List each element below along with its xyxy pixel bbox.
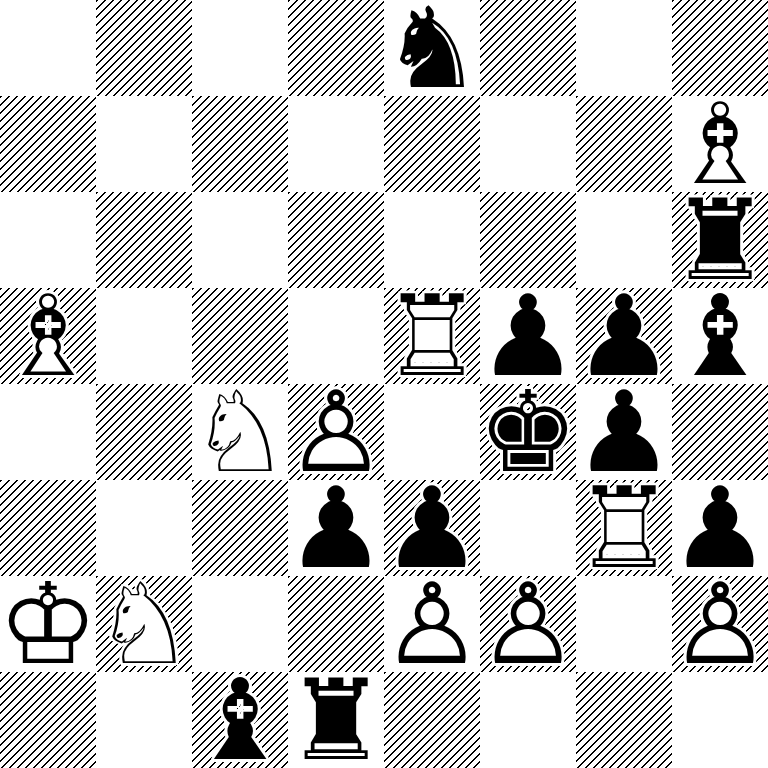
black-knight-glyph: ♞	[384, 0, 480, 96]
piece-white-pawn[interactable]: ♟♙	[288, 384, 384, 480]
square-b2[interactable]: ♞♘	[96, 576, 192, 672]
square-c5[interactable]	[192, 288, 288, 384]
square-h5[interactable]: ♝♝	[672, 288, 768, 384]
square-g6[interactable]	[576, 192, 672, 288]
black-bishop-glyph: ♝	[672, 288, 768, 384]
square-a8[interactable]	[0, 0, 96, 96]
square-e1[interactable]	[384, 672, 480, 768]
square-d8[interactable]	[288, 0, 384, 96]
square-e5[interactable]: ♜♖	[384, 288, 480, 384]
square-a4[interactable]	[0, 384, 96, 480]
white-rook-glyph: ♖	[576, 480, 672, 576]
piece-white-bishop[interactable]: ♝♗	[0, 288, 96, 384]
square-g2[interactable]	[576, 576, 672, 672]
square-e4[interactable]	[384, 384, 480, 480]
white-knight-glyph: ♘	[96, 576, 192, 672]
square-e3[interactable]: ♟♟	[384, 480, 480, 576]
white-bishop-glyph: ♗	[672, 96, 768, 192]
square-a6[interactable]	[0, 192, 96, 288]
square-c8[interactable]	[192, 0, 288, 96]
square-d4[interactable]: ♟♙	[288, 384, 384, 480]
piece-black-pawn[interactable]: ♟♟	[480, 288, 576, 384]
piece-white-pawn[interactable]: ♟♙	[384, 576, 480, 672]
piece-black-rook[interactable]: ♜♜	[672, 192, 768, 288]
black-pawn-glyph: ♟	[576, 384, 672, 480]
square-g5[interactable]: ♟♟	[576, 288, 672, 384]
square-a5[interactable]: ♝♗	[0, 288, 96, 384]
white-rook-glyph: ♖	[384, 288, 480, 384]
piece-black-king[interactable]: ♚♚	[480, 384, 576, 480]
square-h1[interactable]	[672, 672, 768, 768]
square-e8[interactable]: ♞♞	[384, 0, 480, 96]
square-f1[interactable]	[480, 672, 576, 768]
piece-black-pawn[interactable]: ♟♟	[576, 384, 672, 480]
square-g8[interactable]	[576, 0, 672, 96]
piece-black-rook[interactable]: ♜♜	[288, 672, 384, 768]
black-rook-glyph: ♜	[672, 192, 768, 288]
black-king-glyph: ♚	[480, 384, 576, 480]
square-d5[interactable]	[288, 288, 384, 384]
square-h3[interactable]: ♟♟	[672, 480, 768, 576]
square-c3[interactable]	[192, 480, 288, 576]
square-f3[interactable]	[480, 480, 576, 576]
piece-black-pawn[interactable]: ♟♟	[384, 480, 480, 576]
black-bishop-glyph: ♝	[192, 672, 288, 768]
square-c7[interactable]	[192, 96, 288, 192]
square-b8[interactable]	[96, 0, 192, 96]
square-d2[interactable]	[288, 576, 384, 672]
piece-white-bishop[interactable]: ♝♗	[672, 96, 768, 192]
white-pawn-glyph: ♙	[672, 576, 768, 672]
white-knight-glyph: ♘	[192, 384, 288, 480]
square-f6[interactable]	[480, 192, 576, 288]
square-g4[interactable]: ♟♟	[576, 384, 672, 480]
square-c6[interactable]	[192, 192, 288, 288]
square-b5[interactable]	[96, 288, 192, 384]
square-b6[interactable]	[96, 192, 192, 288]
square-e6[interactable]	[384, 192, 480, 288]
square-c4[interactable]: ♞♘	[192, 384, 288, 480]
white-pawn-glyph: ♙	[384, 576, 480, 672]
square-g3[interactable]: ♜♖	[576, 480, 672, 576]
piece-black-bishop[interactable]: ♝♝	[672, 288, 768, 384]
square-f5[interactable]: ♟♟	[480, 288, 576, 384]
piece-black-pawn[interactable]: ♟♟	[672, 480, 768, 576]
piece-black-pawn[interactable]: ♟♟	[288, 480, 384, 576]
square-e7[interactable]	[384, 96, 480, 192]
black-pawn-glyph: ♟	[384, 480, 480, 576]
piece-white-knight[interactable]: ♞♘	[96, 576, 192, 672]
square-h2[interactable]: ♟♙	[672, 576, 768, 672]
square-a7[interactable]	[0, 96, 96, 192]
piece-white-pawn[interactable]: ♟♙	[480, 576, 576, 672]
white-pawn-glyph: ♙	[480, 576, 576, 672]
square-h4[interactable]	[672, 384, 768, 480]
square-a2[interactable]: ♚♔	[0, 576, 96, 672]
piece-white-rook[interactable]: ♜♖	[576, 480, 672, 576]
square-a1[interactable]	[0, 672, 96, 768]
black-pawn-glyph: ♟	[288, 480, 384, 576]
square-f8[interactable]	[480, 0, 576, 96]
square-h7[interactable]: ♝♗	[672, 96, 768, 192]
square-h8[interactable]	[672, 0, 768, 96]
square-f7[interactable]	[480, 96, 576, 192]
square-g1[interactable]	[576, 672, 672, 768]
black-pawn-glyph: ♟	[672, 480, 768, 576]
square-a3[interactable]	[0, 480, 96, 576]
square-f4[interactable]: ♚♚	[480, 384, 576, 480]
chess-board: ♞♞♝♗♜♜♝♗♜♖♟♟♟♟♝♝♞♘♟♙♚♚♟♟♟♟♟♟♜♖♟♟♚♔♞♘♟♙♟♙…	[0, 0, 768, 768]
square-d6[interactable]	[288, 192, 384, 288]
square-c1[interactable]: ♝♝	[192, 672, 288, 768]
square-c2[interactable]	[192, 576, 288, 672]
square-b7[interactable]	[96, 96, 192, 192]
black-pawn-glyph: ♟	[480, 288, 576, 384]
piece-white-knight[interactable]: ♞♘	[192, 384, 288, 480]
square-b4[interactable]	[96, 384, 192, 480]
black-pawn-glyph: ♟	[576, 288, 672, 384]
piece-white-king[interactable]: ♚♔	[0, 576, 96, 672]
square-b1[interactable]	[96, 672, 192, 768]
white-pawn-glyph: ♙	[288, 384, 384, 480]
piece-white-pawn[interactable]: ♟♙	[672, 576, 768, 672]
square-d7[interactable]	[288, 96, 384, 192]
white-bishop-glyph: ♗	[0, 288, 96, 384]
square-h6[interactable]: ♜♜	[672, 192, 768, 288]
piece-black-bishop[interactable]: ♝♝	[192, 672, 288, 768]
piece-black-pawn[interactable]: ♟♟	[576, 288, 672, 384]
square-b3[interactable]	[96, 480, 192, 576]
black-rook-glyph: ♜	[288, 672, 384, 768]
square-d1[interactable]: ♜♜	[288, 672, 384, 768]
square-f2[interactable]: ♟♙	[480, 576, 576, 672]
white-king-glyph: ♔	[0, 576, 96, 672]
piece-black-knight[interactable]: ♞♞	[384, 0, 480, 96]
square-e2[interactable]: ♟♙	[384, 576, 480, 672]
square-g7[interactable]	[576, 96, 672, 192]
piece-white-rook[interactable]: ♜♖	[384, 288, 480, 384]
square-d3[interactable]: ♟♟	[288, 480, 384, 576]
